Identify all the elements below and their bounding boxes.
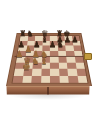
piece-layer: ♜♞♛♜♚♝♟♟♟♟♟♟♞♟♟♟♞♛♞♝♚: [0, 0, 95, 126]
black-pawn-h7: ♟: [71, 35, 78, 43]
black-pawn-e6: ♟: [49, 40, 57, 48]
white-bishop-d3: ♝: [40, 56, 48, 65]
black-knight-b8: ♞: [27, 30, 34, 38]
black-bishop-d7: ♝: [41, 35, 48, 43]
black-rook-a8: ♜: [19, 30, 26, 38]
chess-set-photo: ♜♞♛♜♚♝♟♟♟♟♟♟♞♟♟♟♞♛♞♝♚: [0, 0, 95, 126]
white-knight-c3: ♞: [32, 56, 40, 65]
white-king-b2: ♚: [22, 62, 31, 72]
black-pawn-g7: ♟: [64, 35, 71, 43]
black-pawn-c6: ♟: [33, 40, 41, 48]
black-knight-f6: ♞: [56, 40, 64, 48]
